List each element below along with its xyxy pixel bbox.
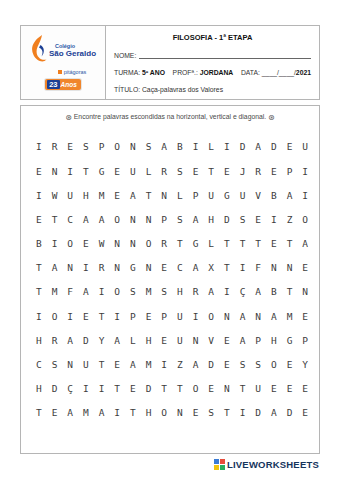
grid-cell-r3c2[interactable]: W [52,191,58,201]
grid-cell-r7c4[interactable]: A [83,287,89,297]
grid-cell-r3c15[interactable]: V [255,191,261,201]
grid-cell-r3c5[interactable]: M [99,191,105,201]
grid-cell-r6c2[interactable]: A [52,263,58,273]
grid-cell-r9c7[interactable]: L [130,336,136,346]
grid-cell-r12c4[interactable]: M [83,408,89,418]
puzzle-box: ⊛ Encontre palavras escondidas na horizo… [20,105,320,454]
grid-cell-r11c11[interactable]: O [193,384,199,394]
grid-cell-r3c18[interactable]: I [302,191,308,201]
pitagoras-icon [58,70,62,74]
grid-cell-r5c14[interactable]: T [240,239,246,249]
grid-cell-r11c18[interactable]: E [302,384,308,394]
grid-cell-r1c16[interactable]: D [271,142,277,152]
grid-cell-r4c13[interactable]: D [224,215,230,225]
grid-cell-r3c3[interactable]: U [67,191,73,201]
grid-cell-r11c13[interactable]: N [224,384,230,394]
grid-cell-r8c12[interactable]: O [208,312,214,322]
grid-cell-r1c14[interactable]: D [240,142,246,152]
date-year: 2021 [296,69,311,76]
grid-cell-r2c1[interactable]: E [36,167,42,177]
grid-cell-r11c8[interactable]: D [146,384,152,394]
grid-cell-r4c1[interactable]: E [36,215,42,225]
grid-cell-r2c9[interactable]: R [161,167,167,177]
grid-cell-r6c4[interactable]: I [83,263,89,273]
grid-cell-r10c13[interactable]: E [224,360,230,370]
grid-cell-r10c12[interactable]: D [208,360,214,370]
grid-cell-r6c12[interactable]: X [208,263,214,273]
grid-cell-r9c10[interactable]: U [177,336,183,346]
grid-cell-r6c14[interactable]: I [240,263,246,273]
header-box: Colégio São Geraldo pitágoras 23 Anos FI… [20,25,320,100]
logo-network-row: pitágoras [58,69,87,75]
grid-cell-r2c15[interactable]: R [255,167,261,177]
grid-cell-r5c17[interactable]: T [287,239,293,249]
grid-cell-r1c17[interactable]: E [287,142,293,152]
grid-cell-r7c13[interactable]: I [224,287,230,297]
liveworksheets-logo-text: LIVEWORKSHEETS [227,459,319,470]
grid-cell-r9c17[interactable]: G [287,336,293,346]
anniversary-badge: 23 Anos [45,79,81,90]
word-search-grid: IRESPONSABILIDADEUENITGEULRSETEJREPIIWUH… [31,135,313,425]
grid-cell-r7c16[interactable]: B [271,287,277,297]
grid-cell-r8c16[interactable]: A [271,312,277,322]
grid-cell-r5c8[interactable]: O [146,239,152,249]
grid-cell-r12c18[interactable]: E [302,408,308,418]
grid-cell-r6c15[interactable]: F [255,263,261,273]
grid-cell-r7c15[interactable]: A [255,287,261,297]
title-value: Caça-palavras dos Valores [142,86,223,93]
instruction-text: Encontre palavras escondidas na horizont… [74,113,266,120]
grid-cell-r1c7[interactable]: N [130,142,136,152]
worksheet-page: Colégio São Geraldo pitágoras 23 Anos FI… [0,0,340,480]
grid-cell-r2c17[interactable]: P [287,167,293,177]
grid-cell-r12c2[interactable]: E [52,408,58,418]
grid-cell-r3c4[interactable]: H [83,191,89,201]
subject-title: FILOSOFIA - 1ª ETAPA [114,33,311,42]
grid-cell-r3c8[interactable]: T [146,191,152,201]
grid-cell-r9c1[interactable]: H [36,336,42,346]
grid-cell-r6c9[interactable]: E [161,263,167,273]
grid-cell-r11c14[interactable]: T [240,384,246,394]
grid-cell-r5c5[interactable]: W [99,239,105,249]
grid-cell-r3c1[interactable]: I [36,191,42,201]
grid-cell-r5c7[interactable]: N [130,239,136,249]
grid-cell-r4c5[interactable]: A [99,215,105,225]
grid-cell-r11c15[interactable]: U [255,384,261,394]
grid-cell-r9c13[interactable]: E [224,336,230,346]
grid-cell-r12c1[interactable]: T [36,408,42,418]
grid-cell-r6c10[interactable]: C [177,263,183,273]
grid-cell-r11c16[interactable]: E [271,384,277,394]
grid-cell-r11c5[interactable]: I [99,384,105,394]
grid-cell-r3c10[interactable]: L [177,191,183,201]
footer-brand[interactable]: LIVEWORKSHEETS [214,459,319,470]
title-row: TÍTULO: Caça-palavras dos Valores [114,86,311,93]
grid-cell-r6c6[interactable]: N [114,263,120,273]
grid-cell-r12c6[interactable]: I [114,408,120,418]
grid-cell-r1c3[interactable]: E [67,142,73,152]
grid-cell-r10c6[interactable]: E [114,360,120,370]
grid-cell-r2c3[interactable]: I [67,167,73,177]
grid-cell-r1c1[interactable]: I [36,142,42,152]
grid-cell-r7c14[interactable]: Ç [240,287,246,297]
grid-cell-r12c8[interactable]: H [146,408,152,418]
grid-cell-r9c9[interactable]: E [161,336,167,346]
grid-cell-r5c13[interactable]: T [224,239,230,249]
grid-cell-r8c7[interactable]: P [130,312,136,322]
grid-cell-r4c3[interactable]: C [67,215,73,225]
grid-cell-r2c4[interactable]: T [83,167,89,177]
grid-cell-r8c1[interactable]: I [36,312,42,322]
grid-cell-r7c17[interactable]: T [287,287,293,297]
grid-cell-r4c14[interactable]: S [240,215,246,225]
liveworksheets-icon [214,459,225,470]
grid-cell-r3c11[interactable]: P [193,191,199,201]
grid-cell-r6c5[interactable]: R [99,263,105,273]
grid-cell-r1c15[interactable]: A [255,142,261,152]
grid-cell-r8c10[interactable]: U [177,312,183,322]
flame-logo-icon [30,35,47,67]
grid-cell-r11c3[interactable]: Ç [67,384,73,394]
grid-cell-r11c7[interactable]: E [130,384,136,394]
grid-cell-r12c10[interactable]: N [177,408,183,418]
grid-cell-r2c11[interactable]: E [193,167,199,177]
grid-cell-r9c12[interactable]: V [208,336,214,346]
instruction-line: ⊛ Encontre palavras escondidas na horizo… [21,113,319,122]
grid-cell-r4c7[interactable]: N [130,215,136,225]
grid-cell-r6c11[interactable]: A [193,263,199,273]
grid-cell-r12c13[interactable]: T [224,408,230,418]
grid-cell-r4c9[interactable]: P [161,215,167,225]
grid-cell-r5c15[interactable]: T [255,239,261,249]
grid-cell-r4c11[interactable]: A [193,215,199,225]
class-label: TURMA: [114,69,140,76]
grid-cell-r6c13[interactable]: T [224,263,230,273]
grid-cell-r5c1[interactable]: B [36,239,42,249]
grid-cell-r11c2[interactable]: D [52,384,58,394]
grid-cell-r3c14[interactable]: U [240,191,246,201]
grid-cell-r7c5[interactable]: I [99,287,105,297]
teacher-field: PROFª.: JORDANA [173,69,234,76]
grid-cell-r8c8[interactable]: E [146,312,152,322]
grid-cell-r4c16[interactable]: I [271,215,277,225]
grid-cell-r7c7[interactable]: S [130,287,136,297]
grid-cell-r2c16[interactable]: E [271,167,277,177]
grid-cell-r2c2[interactable]: N [52,167,58,177]
grid-cell-r1c18[interactable]: U [302,142,308,152]
grid-cell-r7c11[interactable]: R [193,287,199,297]
title-label: TÍTULO: [114,86,140,93]
grid-cell-r8c4[interactable]: E [83,312,89,322]
grid-cell-r10c2[interactable]: S [52,360,58,370]
grid-cell-r7c9[interactable]: S [161,287,167,297]
logo-network-name: pitágoras [64,69,87,75]
grid-cell-r11c10[interactable]: T [177,384,183,394]
grid-cell-r1c10[interactable]: B [177,142,183,152]
grid-cell-r1c11[interactable]: I [193,142,199,152]
grid-cell-r10c17[interactable]: E [287,360,293,370]
grid-cell-r6c7[interactable]: G [130,263,136,273]
grid-cell-r9c15[interactable]: P [255,336,261,346]
grid-cell-r6c16[interactable]: N [271,263,277,273]
grid-cell-r8c9[interactable]: P [161,312,167,322]
grid-cell-r10c4[interactable]: U [83,360,89,370]
date-field: DATA: ____/____/2021 [241,69,311,76]
grid-cell-r7c18[interactable]: N [302,287,308,297]
grid-cell-r1c8[interactable]: S [146,142,152,152]
grid-cell-r8c5[interactable]: T [99,312,105,322]
grid-cell-r5c3[interactable]: O [67,239,73,249]
grid-cell-r2c10[interactable]: S [177,167,183,177]
grid-cell-r10c8[interactable]: M [146,360,152,370]
grid-cell-r7c2[interactable]: M [52,287,58,297]
grid-cell-r4c17[interactable]: Z [287,215,293,225]
grid-cell-r9c4[interactable]: D [83,336,89,346]
name-row: NOME: [114,51,311,59]
grid-cell-r1c2[interactable]: R [52,142,58,152]
grid-cell-r7c6[interactable]: O [114,287,120,297]
grid-cell-r2c7[interactable]: U [130,167,136,177]
grid-cell-r3c9[interactable]: N [161,191,167,201]
grid-cell-r11c12[interactable]: E [208,384,214,394]
grid-cell-r10c14[interactable]: S [240,360,246,370]
grid-cell-r5c4[interactable]: E [83,239,89,249]
grid-cell-r7c10[interactable]: H [177,287,183,297]
grid-cell-r3c16[interactable]: B [271,191,277,201]
badge-text: Anos [61,81,77,88]
grid-cell-r9c3[interactable]: A [67,336,73,346]
grid-cell-r4c12[interactable]: H [208,215,214,225]
grid-cell-r4c8[interactable]: N [146,215,152,225]
grid-cell-r11c1[interactable]: H [36,384,42,394]
grid-cell-r12c14[interactable]: I [240,408,246,418]
grid-cell-r12c12[interactable]: S [208,408,214,418]
grid-cell-r9c5[interactable]: Y [99,336,105,346]
class-value: 5º ANO [142,69,165,76]
grid-cell-r5c10[interactable]: T [177,239,183,249]
grid-cell-r6c18[interactable]: E [302,263,308,273]
header-info: FILOSOFIA - 1ª ETAPA NOME: TURMA: 5º ANO… [106,26,319,99]
grid-cell-r2c13[interactable]: E [224,167,230,177]
grid-cell-r2c8[interactable]: L [146,167,152,177]
grid-cell-r6c3[interactable]: N [67,263,73,273]
grid-cell-r12c17[interactable]: D [287,408,293,418]
grid-cell-r10c3[interactable]: N [67,360,73,370]
grid-cell-r2c5[interactable]: G [99,167,105,177]
grid-cell-r3c13[interactable]: G [224,191,230,201]
grid-cell-r5c12[interactable]: L [208,239,214,249]
grid-cell-r5c6[interactable]: N [114,239,120,249]
grid-cell-r5c9[interactable]: R [161,239,167,249]
grid-cell-r1c13[interactable]: I [224,142,230,152]
grid-cell-r10c18[interactable]: Y [302,360,308,370]
grid-cell-r9c2[interactable]: R [52,336,58,346]
grid-cell-r4c4[interactable]: A [83,215,89,225]
grid-cell-r6c8[interactable]: N [146,263,152,273]
grid-cell-r8c15[interactable]: N [255,312,261,322]
grid-cell-r5c18[interactable]: A [302,239,308,249]
grid-cell-r4c18[interactable]: O [302,215,308,225]
name-label: NOME: [114,52,136,59]
grid-cell-r8c14[interactable]: A [240,312,246,322]
grid-cell-r8c2[interactable]: O [52,312,58,322]
grid-cell-r12c3[interactable]: A [67,408,73,418]
logo-row: Colégio São Geraldo [30,35,96,67]
grid-cell-r12c15[interactable]: D [255,408,261,418]
grid-cell-r4c15[interactable]: E [255,215,261,225]
logo-text: Colégio São Geraldo [49,44,96,58]
grid-cell-r5c11[interactable]: G [193,239,199,249]
grid-cell-r3c17[interactable]: A [287,191,293,201]
grid-cell-r2c18[interactable]: I [302,167,308,177]
school-logo: Colégio São Geraldo pitágoras 23 Anos [21,26,106,99]
meta-row: TURMA: 5º ANO PROFª.: JORDANA DATA: ____… [114,69,311,76]
grid-cell-r4c10[interactable]: S [177,215,183,225]
grid-cell-r7c8[interactable]: M [146,287,152,297]
grid-cell-r2c14[interactable]: J [240,167,246,177]
grid-cell-r9c6[interactable]: A [114,336,120,346]
grid-cell-r10c15[interactable]: S [255,360,261,370]
grid-cell-r8c18[interactable]: E [302,312,308,322]
grid-cell-r11c17[interactable]: E [287,384,293,394]
grid-cell-r11c4[interactable]: I [83,384,89,394]
grid-cell-r10c10[interactable]: Z [177,360,183,370]
grid-cell-r2c12[interactable]: T [208,167,214,177]
grid-cell-r9c18[interactable]: P [302,336,308,346]
grid-cell-r4c2[interactable]: T [52,215,58,225]
grid-cell-r1c4[interactable]: S [83,142,89,152]
logo-school-name: São Geraldo [49,50,96,58]
grid-cell-r7c3[interactable]: F [67,287,73,297]
grid-cell-r2c6[interactable]: E [114,167,120,177]
bullseye-icon: ⊛ [268,113,275,122]
grid-cell-r1c12[interactable]: L [208,142,214,152]
grid-cell-r8c6[interactable]: I [114,312,120,322]
grid-cell-r7c1[interactable]: T [36,287,42,297]
grid-cell-r3c6[interactable]: E [114,191,120,201]
grid-cell-r3c7[interactable]: A [130,191,136,201]
grid-cell-r5c2[interactable]: I [52,239,58,249]
grid-cell-r10c11[interactable]: A [193,360,199,370]
teacher-label: PROFª.: [173,69,198,76]
grid-cell-r1c5[interactable]: P [99,142,105,152]
grid-cell-r10c16[interactable]: O [271,360,277,370]
badge-number: 23 [47,80,59,89]
grid-cell-r9c11[interactable]: N [193,336,199,346]
grid-cell-r6c1[interactable]: T [36,263,42,273]
grid-cell-r8c13[interactable]: N [224,312,230,322]
grid-cell-r7c12[interactable]: A [208,287,214,297]
grid-cell-r11c9[interactable]: T [161,384,167,394]
grid-cell-r10c7[interactable]: A [130,360,136,370]
teacher-value: JORDANA [200,69,234,76]
date-blanks[interactable]: ____/____/ [262,69,296,76]
grid-cell-r3c12[interactable]: U [208,191,214,201]
grid-cell-r9c14[interactable]: A [240,336,246,346]
grid-cell-r8c3[interactable]: I [67,312,73,322]
grid-cell-r12c7[interactable]: T [130,408,136,418]
grid-cell-r9c8[interactable]: H [146,336,152,346]
grid-cell-r10c9[interactable]: I [161,360,167,370]
grid-cell-r12c5[interactable]: A [99,408,105,418]
grid-cell-r6c17[interactable]: N [287,263,293,273]
grid-cell-r4c6[interactable]: O [114,215,120,225]
grid-cell-r12c9[interactable]: O [161,408,167,418]
grid-cell-r12c11[interactable]: E [193,408,199,418]
name-blank-field[interactable] [139,51,311,59]
grid-cell-r12c16[interactable]: A [271,408,277,418]
class-field: TURMA: 5º ANO [114,69,165,76]
date-label: DATA: [241,69,260,76]
grid-cell-r8c17[interactable]: M [287,312,293,322]
grid-cell-r9c16[interactable]: H [271,336,277,346]
grid-cell-r10c5[interactable]: T [99,360,105,370]
grid-cell-r11c6[interactable]: T [114,384,120,394]
bullseye-icon: ⊛ [65,113,72,122]
grid-cell-r1c6[interactable]: O [114,142,120,152]
grid-cell-r1c9[interactable]: A [161,142,167,152]
grid-cell-r10c1[interactable]: C [36,360,42,370]
grid-cell-r5c16[interactable]: E [271,239,277,249]
grid-cell-r8c11[interactable]: I [193,312,199,322]
